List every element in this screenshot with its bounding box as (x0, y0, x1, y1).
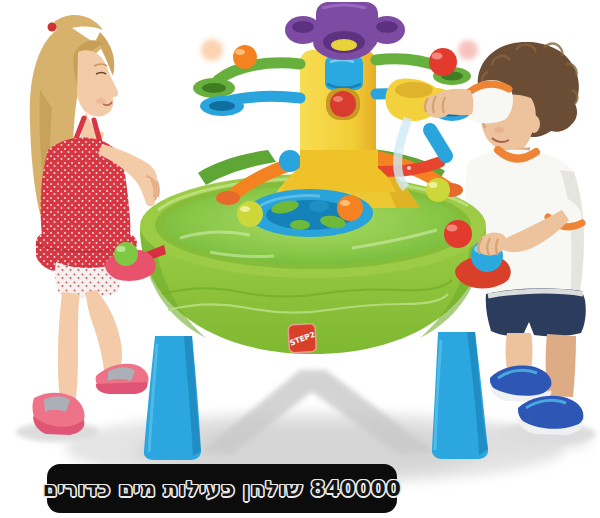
ball-red-window (330, 91, 356, 117)
table-leg-right (432, 332, 488, 459)
table-leg-left (144, 336, 201, 460)
girl-hair-tie (48, 23, 57, 32)
ball-orange-blur (201, 39, 223, 61)
ball-green-launcher (114, 242, 138, 266)
tower-window (326, 88, 360, 120)
ball-yellowgreen-right-rim (426, 178, 450, 202)
boy-shoe-near (490, 365, 551, 402)
girl-ponytail (54, 15, 103, 34)
ball-orange-left-track (233, 45, 257, 69)
ball-orange-water-center (337, 195, 363, 221)
boy-shorts (486, 288, 586, 336)
ball-red-blur (458, 40, 478, 60)
ball-blue-column-base (279, 150, 301, 172)
screenshot-root: STEP2 (0, 0, 600, 518)
ball-yellowgreen-water-left (237, 201, 263, 227)
caption-text: 840000 שולחן פעילות מים כדורים (43, 477, 402, 501)
table-logo: STEP2 (288, 324, 317, 353)
girl-shoe-right (96, 364, 149, 394)
ball-red-right-track (429, 48, 457, 76)
tower-purple-top (285, 2, 405, 60)
water-stream (398, 118, 408, 188)
product-photo: STEP2 (0, 0, 600, 518)
boy-ear (528, 115, 540, 133)
girl (30, 15, 149, 435)
caption-banner: 840000 שולחן פעילות מים כדורים (47, 464, 397, 513)
tower-blue-box (325, 56, 363, 90)
tower-funnel-opening (331, 39, 357, 51)
boy-left-hand (424, 94, 452, 118)
boy-shoe-far (518, 396, 583, 435)
ball-red-water-right (444, 220, 472, 248)
girl-shoe-left (32, 393, 84, 435)
